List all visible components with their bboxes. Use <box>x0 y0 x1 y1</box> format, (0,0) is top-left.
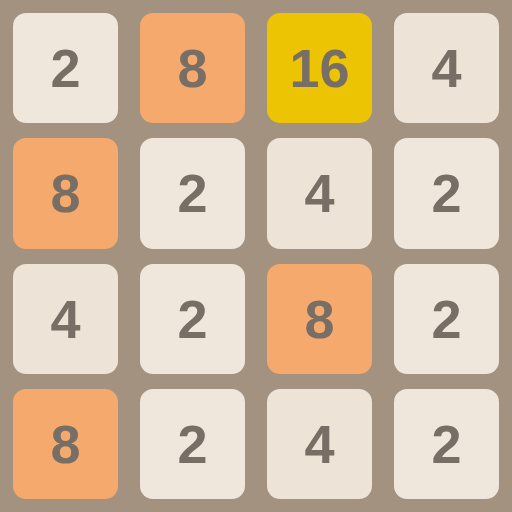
tile-r4c3-value-4: 4 <box>267 389 372 499</box>
tile-r2c1-value-8: 8 <box>13 138 118 248</box>
tile-r3c1-value-4: 4 <box>13 264 118 374</box>
tile-r4c2-value-2: 2 <box>140 389 245 499</box>
tile-r3c2-value-2: 2 <box>140 264 245 374</box>
tile-r1c3-value-16: 16 <box>267 13 372 123</box>
tile-r3c3-value-8: 8 <box>267 264 372 374</box>
tile-r1c1-value-2: 2 <box>13 13 118 123</box>
tile-r1c2-value-8: 8 <box>140 13 245 123</box>
tile-r2c3-value-4: 4 <box>267 138 372 248</box>
board-2048[interactable]: 28164824242828242 <box>0 0 512 512</box>
tile-r2c4-value-2: 2 <box>394 138 499 248</box>
tile-r3c4-value-2: 2 <box>394 264 499 374</box>
tile-r4c4-value-2: 2 <box>394 389 499 499</box>
tile-r1c4-value-4: 4 <box>394 13 499 123</box>
tile-r2c2-value-2: 2 <box>140 138 245 248</box>
tile-r4c1-value-8: 8 <box>13 389 118 499</box>
